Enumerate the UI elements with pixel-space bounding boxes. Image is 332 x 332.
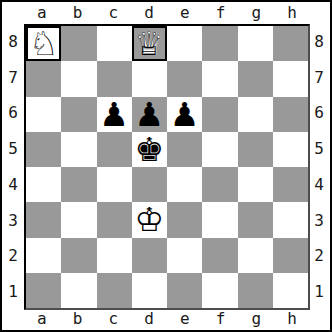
piece-glyph: ♚ — [135, 133, 165, 166]
piece-white-knight-a8[interactable]: ♞♘ — [26, 26, 61, 61]
rank-label-2-right: 2 — [308, 239, 330, 275]
rank-labels-left: 87654321 — [2, 24, 24, 310]
rank-labels-right: 87654321 — [308, 24, 330, 310]
rank-label-1-right: 1 — [308, 274, 330, 310]
rank-label-6-left: 6 — [2, 96, 24, 132]
square-e4[interactable] — [167, 167, 202, 202]
chess-board: ♞♘♛♕♟♟♟♚♚♔ — [24, 24, 310, 310]
piece-white-king-d3[interactable]: ♚♔ — [132, 202, 167, 237]
square-b7[interactable] — [61, 61, 96, 96]
square-g2[interactable] — [238, 238, 273, 273]
piece-black-pawn-c6[interactable]: ♟ — [97, 97, 132, 132]
piece-black-pawn-e6[interactable]: ♟ — [167, 97, 202, 132]
square-e2[interactable] — [167, 238, 202, 273]
square-c4[interactable] — [97, 167, 132, 202]
piece-glyph: ♔ — [135, 203, 165, 236]
square-c8[interactable] — [97, 26, 132, 61]
file-labels-bottom: abcdefgh — [24, 308, 310, 330]
square-b2[interactable] — [61, 238, 96, 273]
square-f3[interactable] — [202, 202, 237, 237]
square-e7[interactable] — [167, 61, 202, 96]
file-label-a-top: a — [24, 2, 60, 24]
square-c5[interactable] — [97, 132, 132, 167]
square-h4[interactable] — [273, 167, 308, 202]
square-d7[interactable] — [132, 61, 167, 96]
file-labels-top: abcdefgh — [24, 2, 310, 24]
file-label-c-top: c — [96, 2, 132, 24]
piece-glyph: ♟ — [170, 98, 200, 131]
square-g4[interactable] — [238, 167, 273, 202]
square-d8[interactable]: ♛♕ — [132, 26, 167, 61]
square-c2[interactable] — [97, 238, 132, 273]
square-f5[interactable] — [202, 132, 237, 167]
square-f7[interactable] — [202, 61, 237, 96]
file-label-e-bottom: e — [167, 308, 203, 330]
square-f8[interactable] — [202, 26, 237, 61]
square-f4[interactable] — [202, 167, 237, 202]
square-h1[interactable] — [273, 273, 308, 308]
piece-black-king-d5[interactable]: ♚ — [132, 132, 167, 167]
file-label-f-top: f — [203, 2, 239, 24]
rank-label-3-right: 3 — [308, 203, 330, 239]
piece-glyph: ♟ — [135, 98, 165, 131]
file-label-h-top: h — [274, 2, 310, 24]
square-g7[interactable] — [238, 61, 273, 96]
square-d1[interactable] — [132, 273, 167, 308]
square-g5[interactable] — [238, 132, 273, 167]
file-label-e-top: e — [167, 2, 203, 24]
piece-glyph: ♘ — [29, 27, 59, 60]
file-label-a-bottom: a — [24, 308, 60, 330]
square-c6[interactable]: ♟ — [97, 97, 132, 132]
square-e1[interactable] — [167, 273, 202, 308]
file-label-f-bottom: f — [203, 308, 239, 330]
square-f1[interactable] — [202, 273, 237, 308]
file-label-c-bottom: c — [96, 308, 132, 330]
piece-white-queen-d8[interactable]: ♛♕ — [132, 26, 167, 61]
square-a2[interactable] — [26, 238, 61, 273]
chess-diagram: abcdefgh abcdefgh 87654321 87654321 ♞♘♛♕… — [0, 0, 332, 332]
square-b1[interactable] — [61, 273, 96, 308]
square-b8[interactable] — [61, 26, 96, 61]
square-a7[interactable] — [26, 61, 61, 96]
rank-label-7-left: 7 — [2, 60, 24, 96]
file-label-d-bottom: d — [131, 308, 167, 330]
square-g8[interactable] — [238, 26, 273, 61]
rank-label-5-right: 5 — [308, 131, 330, 167]
square-g1[interactable] — [238, 273, 273, 308]
file-label-g-bottom: g — [239, 308, 275, 330]
rank-label-3-left: 3 — [2, 203, 24, 239]
square-a5[interactable] — [26, 132, 61, 167]
rank-label-4-left: 4 — [2, 167, 24, 203]
rank-label-8-left: 8 — [2, 24, 24, 60]
square-e8[interactable] — [167, 26, 202, 61]
square-f6[interactable] — [202, 97, 237, 132]
rank-label-5-left: 5 — [2, 131, 24, 167]
piece-glyph: ♕ — [135, 27, 165, 60]
rank-label-6-right: 6 — [308, 96, 330, 132]
square-b5[interactable] — [61, 132, 96, 167]
square-e3[interactable] — [167, 202, 202, 237]
square-h5[interactable] — [273, 132, 308, 167]
square-c1[interactable] — [97, 273, 132, 308]
square-h3[interactable] — [273, 202, 308, 237]
square-a6[interactable] — [26, 97, 61, 132]
file-label-b-top: b — [60, 2, 96, 24]
square-d5[interactable]: ♚ — [132, 132, 167, 167]
square-b4[interactable] — [61, 167, 96, 202]
rank-label-8-right: 8 — [308, 24, 330, 60]
square-b3[interactable] — [61, 202, 96, 237]
square-a4[interactable] — [26, 167, 61, 202]
square-g3[interactable] — [238, 202, 273, 237]
square-d4[interactable] — [132, 167, 167, 202]
rank-label-4-right: 4 — [308, 167, 330, 203]
file-label-h-bottom: h — [274, 308, 310, 330]
square-a3[interactable] — [26, 202, 61, 237]
rank-label-2-left: 2 — [2, 239, 24, 275]
square-d2[interactable] — [132, 238, 167, 273]
piece-black-pawn-d6[interactable]: ♟ — [132, 97, 167, 132]
square-h6[interactable] — [273, 97, 308, 132]
square-h8[interactable] — [273, 26, 308, 61]
square-a1[interactable] — [26, 273, 61, 308]
square-h2[interactable] — [273, 238, 308, 273]
square-d6[interactable]: ♟ — [132, 97, 167, 132]
file-label-g-top: g — [239, 2, 275, 24]
piece-glyph: ♟ — [99, 98, 129, 131]
file-label-b-bottom: b — [60, 308, 96, 330]
file-label-d-top: d — [131, 2, 167, 24]
rank-label-1-left: 1 — [2, 274, 24, 310]
square-h7[interactable] — [273, 61, 308, 96]
square-e5[interactable] — [167, 132, 202, 167]
square-d3[interactable]: ♚♔ — [132, 202, 167, 237]
square-c3[interactable] — [97, 202, 132, 237]
square-b6[interactable] — [61, 97, 96, 132]
rank-label-7-right: 7 — [308, 60, 330, 96]
square-a8[interactable]: ♞♘ — [26, 26, 61, 61]
square-c7[interactable] — [97, 61, 132, 96]
square-e6[interactable]: ♟ — [167, 97, 202, 132]
square-f2[interactable] — [202, 238, 237, 273]
square-g6[interactable] — [238, 97, 273, 132]
